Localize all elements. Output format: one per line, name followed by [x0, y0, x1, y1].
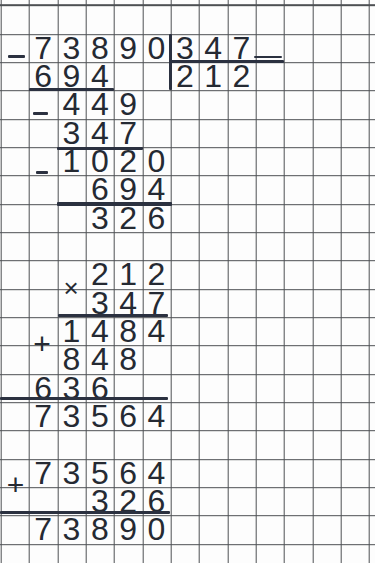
rule-under-694-second: [57, 202, 172, 205]
digit-r7c4: 2: [114, 203, 142, 231]
digit-r2c1: 6: [29, 62, 57, 90]
rule-above-73564: [0, 397, 168, 400]
minus-sign-step1: [8, 55, 25, 58]
plus-sign-addition: +: [7, 470, 25, 500]
digit-r1c4: 9: [114, 34, 142, 62]
digit-r12c4: 8: [114, 345, 142, 373]
digit-r14c2: 3: [57, 402, 85, 430]
digit-r18c1: 7: [29, 515, 57, 543]
digit-r2c8: 2: [227, 62, 255, 90]
long-division-worksheet-grid: 7389034769421244934710206943262123471484…: [0, 0, 375, 563]
bracket-overstroke-dash: [254, 56, 282, 59]
minus-sign-step2: [33, 112, 48, 115]
digit-r18c3: 8: [86, 515, 114, 543]
digit-r18c5: 0: [142, 515, 170, 543]
digit-r7c3: 3: [86, 203, 114, 231]
digit-r16c1: 7: [29, 458, 57, 486]
digit-r14c4: 6: [114, 402, 142, 430]
times-sign: ×: [63, 275, 78, 301]
digit-r1c5: 0: [142, 34, 170, 62]
rule-above-73890: [0, 511, 170, 514]
digit-r2c7: 1: [199, 62, 227, 90]
digit-r18c4: 9: [114, 515, 142, 543]
digit-r16c2: 3: [57, 458, 85, 486]
rule-under-347-first: [57, 147, 143, 150]
rule-under-694-first: [29, 88, 115, 91]
digit-r5c2: 1: [57, 147, 85, 175]
digit-r14c3: 5: [86, 402, 114, 430]
minus-sign-step3: [36, 171, 48, 174]
rule-under-347-multiply: [58, 314, 169, 317]
plus-sign-multiply: +: [33, 329, 51, 359]
digit-r7c5: 6: [142, 203, 170, 231]
digit-r14c1: 7: [29, 402, 57, 430]
digit-r18c2: 3: [57, 515, 85, 543]
division-bracket-horizontal: [169, 60, 284, 63]
digit-r2c6: 2: [171, 62, 199, 90]
digit-r11c5: 4: [142, 317, 170, 345]
digit-r14c5: 4: [142, 402, 170, 430]
